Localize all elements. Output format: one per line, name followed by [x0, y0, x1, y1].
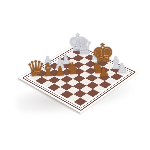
product-photo: ♚♛♟♚♟♟♝♝♟♞♞♟♝♛♟: [0, 0, 150, 150]
